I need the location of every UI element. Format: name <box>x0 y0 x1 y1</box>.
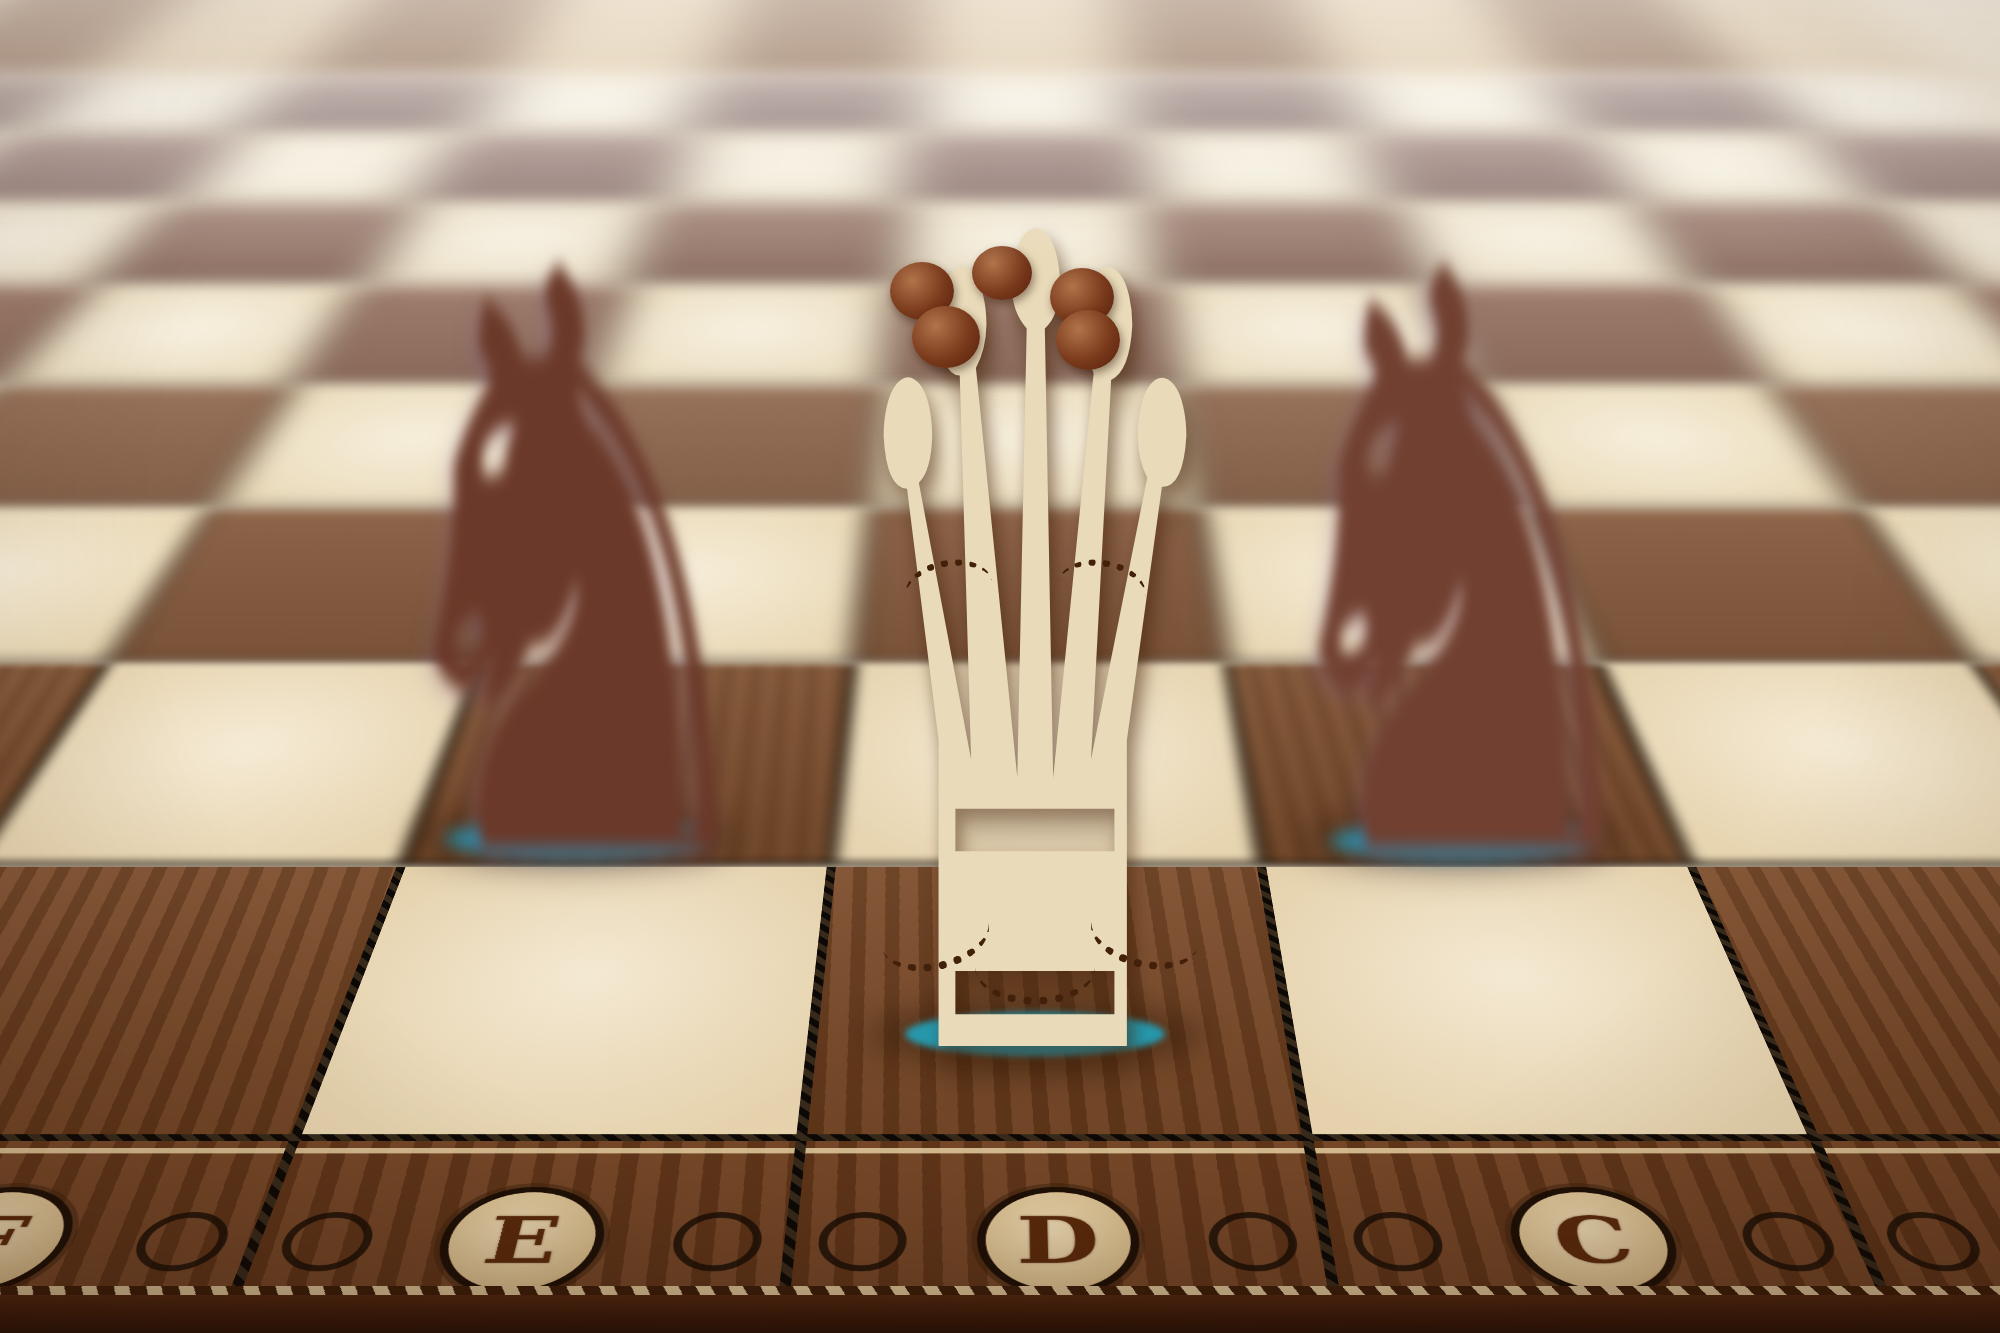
black-knight-c7[interactable]: ♞ <box>1212 171 1708 971</box>
knight-glyph: ♞ <box>1212 171 1708 971</box>
queen-burn-ornament <box>975 930 1095 1005</box>
white-queen-d8[interactable]: ♛ <box>811 98 1259 1218</box>
knight-glyph: ♞ <box>327 171 823 971</box>
pieces-layer: ♞ ♞ ♛ <box>0 0 2000 1333</box>
chessboard-photo-scene: HGFEDCBA ♞ ♞ ♛ <box>0 0 2000 1333</box>
queen-crown-ball <box>972 246 1032 300</box>
queen-crown-ball <box>1056 310 1120 370</box>
queen-glyph: ♛ <box>811 98 1259 1218</box>
black-knight-e7[interactable]: ♞ <box>327 171 823 971</box>
queen-crown-ball <box>912 306 980 368</box>
